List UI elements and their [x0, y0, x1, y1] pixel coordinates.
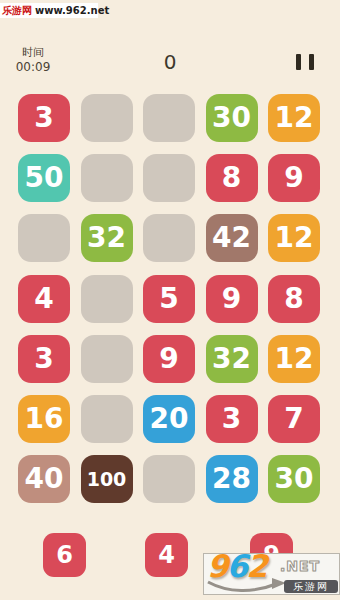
empty-cell: [143, 154, 195, 202]
tile-8[interactable]: 8: [206, 154, 258, 202]
logo-net-text: .NET: [280, 558, 320, 574]
pause-icon: [309, 54, 314, 70]
tile-40[interactable]: 40: [18, 455, 70, 503]
tile-5[interactable]: 5: [143, 275, 195, 323]
logo-digit-9: 9: [207, 553, 227, 584]
empty-cell: [143, 94, 195, 142]
tile-50[interactable]: 50: [18, 154, 70, 202]
empty-cell: [81, 154, 133, 202]
tile-3[interactable]: 3: [18, 94, 70, 142]
tile-12[interactable]: 12: [268, 214, 320, 262]
tile-32[interactable]: 32: [81, 214, 133, 262]
tile-28[interactable]: 28: [206, 455, 258, 503]
site-name: 乐游网: [2, 4, 32, 18]
site-url: www.962.net: [35, 5, 109, 16]
tile-7[interactable]: 7: [268, 395, 320, 443]
queue-tile-4[interactable]: 4: [145, 533, 188, 577]
board: 3301250893242124598393212162037401002830: [18, 94, 320, 503]
empty-cell: [81, 94, 133, 142]
empty-cell: [81, 395, 133, 443]
empty-cell: [143, 455, 195, 503]
logo-digit-6: 6: [227, 553, 247, 584]
logo-digit-2: 2: [246, 553, 266, 584]
tile-4[interactable]: 4: [18, 275, 70, 323]
tile-9[interactable]: 9: [268, 154, 320, 202]
tile-12[interactable]: 12: [268, 335, 320, 383]
empty-cell: [81, 335, 133, 383]
tile-42[interactable]: 42: [206, 214, 258, 262]
empty-cell: [18, 214, 70, 262]
logo-962: 962: [207, 553, 266, 582]
tile-9[interactable]: 9: [143, 335, 195, 383]
tile-12[interactable]: 12: [268, 94, 320, 142]
tile-8[interactable]: 8: [268, 275, 320, 323]
pause-icon: [296, 54, 301, 70]
logo-site-badge: 乐游网: [284, 580, 338, 593]
tile-3[interactable]: 3: [206, 395, 258, 443]
watermark-site-banner: 乐游网 www.962.net: [0, 3, 98, 18]
tile-16[interactable]: 16: [18, 395, 70, 443]
app-screen: 乐游网 www.962.net 时间 00:09 0 3301250893242…: [0, 0, 340, 600]
tile-100[interactable]: 100: [81, 455, 133, 503]
empty-cell: [81, 275, 133, 323]
tile-32[interactable]: 32: [206, 335, 258, 383]
tile-9[interactable]: 9: [206, 275, 258, 323]
score: 0: [0, 50, 340, 74]
pause-button[interactable]: [296, 54, 314, 71]
tile-3[interactable]: 3: [18, 335, 70, 383]
empty-cell: [143, 214, 195, 262]
tile-30[interactable]: 30: [206, 94, 258, 142]
tile-20[interactable]: 20: [143, 395, 195, 443]
watermark-logo: 962 .NET 乐游网: [203, 553, 340, 595]
queue-tile-6[interactable]: 6: [43, 533, 86, 577]
tile-30[interactable]: 30: [268, 455, 320, 503]
